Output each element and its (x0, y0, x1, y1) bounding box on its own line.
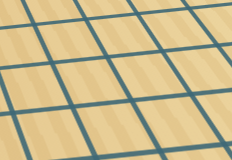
piece-kanji: 歩 (81, 50, 93, 60)
piece-kanji: 歩 (109, 22, 118, 27)
shogi-piece-silver-mid[interactable]: 銀 (145, 18, 178, 49)
shogi-piece-pawn-left[interactable]: 歩 (9, 57, 47, 101)
shogi-board-photo: 歩歩銀歩銀金歩歩金将歩銀将桂馬香車 (0, 0, 232, 160)
piece-face: 香車 (28, 110, 79, 160)
piece-face: 歩 (9, 57, 47, 93)
piece-kanji: 将 (157, 75, 174, 91)
piece-kanji: 金 (203, 25, 212, 32)
shogi-piece-edge-left[interactable] (0, 23, 11, 42)
piece-kanji: 歩 (128, 31, 137, 38)
shogi-piece-blank-top[interactable] (54, 0, 74, 12)
piece-kanji: 車 (45, 132, 61, 148)
piece-kanji: 将 (98, 82, 114, 98)
piece-kanji: 銀 (5, 10, 19, 24)
piece-kanji: 馬 (131, 124, 147, 139)
piece-face: 歩 (134, 0, 169, 15)
shogi-piece-gold-right[interactable]: 金将 (139, 53, 191, 108)
piece-face: 桂馬 (112, 103, 165, 156)
piece-kanji: 銀 (157, 23, 166, 30)
piece-face: 歩 (26, 0, 53, 10)
piece-face: 銀 (145, 18, 178, 44)
piece-kanji: 歩 (22, 63, 33, 72)
piece-face (216, 25, 232, 45)
shogi-piece-knight-front[interactable]: 桂馬 (112, 103, 165, 160)
piece-face (54, 0, 74, 9)
piece-kanji: 歩 (35, 0, 44, 2)
piece-face: 金将 (139, 53, 190, 99)
piece-face: 銀将 (82, 60, 130, 108)
shogi-piece-pawn-mid[interactable]: 歩 (118, 27, 146, 57)
piece-kanji: 歩 (147, 1, 156, 6)
piece-face: 歩 (118, 27, 146, 52)
shogi-piece-lance-front[interactable]: 香車 (27, 110, 79, 160)
shogi-piece-edge-right[interactable] (216, 25, 232, 49)
shogi-piece-pawn-top-a[interactable]: 歩 (25, 0, 53, 17)
